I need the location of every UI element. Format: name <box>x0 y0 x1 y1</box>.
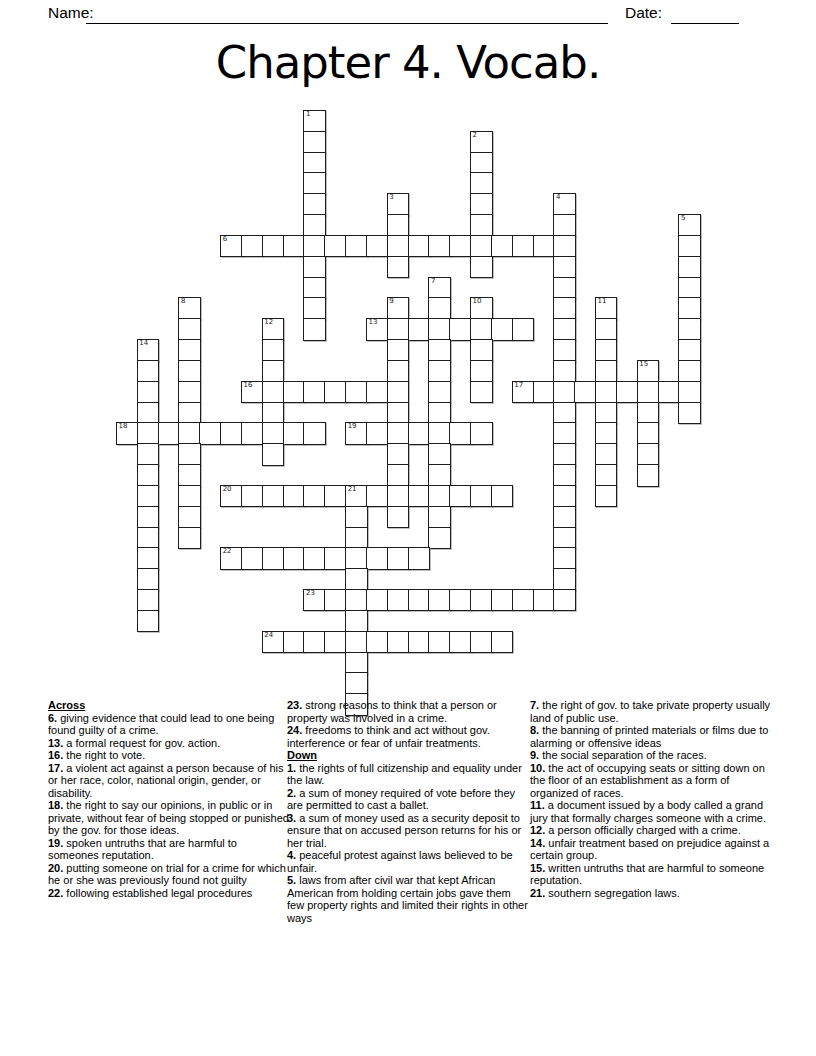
clue-number-label: 7 <box>431 278 435 286</box>
across-header: Across <box>48 699 290 712</box>
grid-cell[interactable] <box>678 381 700 403</box>
grid-cell[interactable] <box>366 547 388 569</box>
grid-cell[interactable]: 5 <box>678 214 700 236</box>
clue-number: 7. <box>530 699 542 711</box>
grid-cell[interactable] <box>178 402 200 424</box>
grid-cell[interactable] <box>387 235 409 257</box>
grid-cell[interactable]: 14 <box>137 339 159 361</box>
grid-cell[interactable] <box>366 631 388 653</box>
grid-cell[interactable] <box>387 256 409 278</box>
grid-cell[interactable] <box>387 339 409 361</box>
grid-cell[interactable] <box>470 256 492 278</box>
grid-cell[interactable] <box>303 318 325 340</box>
grid-cell[interactable]: 3 <box>387 193 409 215</box>
grid-cell[interactable] <box>470 381 492 403</box>
grid-cell[interactable] <box>428 631 450 653</box>
down-header: Down <box>287 749 529 762</box>
grid-cell[interactable] <box>178 422 200 444</box>
grid-cell[interactable] <box>678 402 700 424</box>
clue-number-label: 2 <box>473 132 477 140</box>
grid-cell[interactable] <box>449 485 471 507</box>
grid-cell[interactable] <box>553 464 575 486</box>
grid-cell[interactable] <box>637 402 659 424</box>
clue-item: 1. the rights of full citizenship and eq… <box>287 762 529 787</box>
grid-cell[interactable] <box>449 631 471 653</box>
clue-number: 18. <box>48 799 66 811</box>
clue-number: 5. <box>287 874 299 886</box>
clue-item: 21. southern segregation laws. <box>530 887 772 900</box>
grid-cell[interactable] <box>470 339 492 361</box>
clue-number: 12. <box>530 824 548 836</box>
grid-cell[interactable] <box>470 235 492 257</box>
grid-cell[interactable] <box>137 506 159 528</box>
clue-item: 20. putting someone on trial for a crime… <box>48 862 290 887</box>
grid-cell[interactable] <box>345 547 367 569</box>
grid-cell[interactable] <box>470 589 492 611</box>
grid-cell[interactable] <box>553 485 575 507</box>
grid-cell[interactable] <box>678 318 700 340</box>
clue-item: 8. the banning of printed materials or f… <box>530 724 772 749</box>
grid-cell[interactable] <box>137 527 159 549</box>
clue-item: 14. unfair treatment based on prejudice … <box>530 837 772 862</box>
grid-cell[interactable] <box>345 235 367 257</box>
grid-cell[interactable] <box>595 318 617 340</box>
clues-column-1: Across 6. giving evidence that could lea… <box>48 699 290 899</box>
grid-cell[interactable] <box>345 652 367 674</box>
clue-number: 17. <box>48 762 66 774</box>
grid-cell[interactable] <box>137 464 159 486</box>
grid-cell[interactable] <box>220 422 242 444</box>
grid-cell[interactable] <box>283 631 305 653</box>
grid-cell[interactable] <box>678 360 700 382</box>
clue-item: 15. written untruths that are harmful to… <box>530 862 772 887</box>
clue-number-label: 6 <box>223 236 227 244</box>
clue-number-label: 16 <box>243 382 252 390</box>
grid-cell[interactable] <box>428 360 450 382</box>
clue-number-label: 13 <box>368 319 377 327</box>
across-clues-part1: 6. giving evidence that could lead to on… <box>48 712 290 900</box>
grid-cell[interactable]: 2 <box>470 131 492 153</box>
grid-cell[interactable] <box>366 485 388 507</box>
grid-cell[interactable] <box>533 235 555 257</box>
grid-cell[interactable] <box>553 527 575 549</box>
grid-cell[interactable] <box>449 318 471 340</box>
grid-cell[interactable] <box>470 193 492 215</box>
name-input-line[interactable] <box>86 6 608 24</box>
clue-number: 10. <box>530 762 548 774</box>
grid-cell[interactable] <box>303 381 325 403</box>
grid-cell[interactable] <box>470 485 492 507</box>
grid-cell[interactable] <box>387 381 409 403</box>
grid-cell[interactable] <box>491 631 513 653</box>
grid-cell[interactable] <box>553 402 575 424</box>
grid-cell[interactable] <box>408 485 430 507</box>
grid-cell[interactable] <box>303 152 325 174</box>
grid-cell[interactable] <box>512 318 534 340</box>
clue-number-label: 20 <box>223 486 232 494</box>
grid-cell[interactable] <box>366 235 388 257</box>
clue-item: 5. laws from after civil war that kept A… <box>287 874 529 924</box>
grid-cell[interactable] <box>387 589 409 611</box>
grid-cell[interactable] <box>324 235 346 257</box>
grid-cell[interactable] <box>428 506 450 528</box>
grid-cell[interactable] <box>137 381 159 403</box>
grid-cell[interactable] <box>324 381 346 403</box>
grid-cell[interactable] <box>553 318 575 340</box>
clue-item: 11. a document issued by a body called a… <box>530 799 772 824</box>
grid-cell[interactable] <box>303 485 325 507</box>
grid-cell[interactable] <box>345 672 367 694</box>
grid-cell[interactable]: 15 <box>637 360 659 382</box>
grid-cell[interactable] <box>553 506 575 528</box>
grid-cell[interactable] <box>137 547 159 569</box>
grid-cell[interactable] <box>241 235 263 257</box>
grid-cell[interactable] <box>553 589 575 611</box>
clue-number: 4. <box>287 849 299 861</box>
grid-cell[interactable] <box>137 485 159 507</box>
clue-number: 1. <box>287 762 299 774</box>
grid-cell[interactable] <box>303 422 325 444</box>
grid-cell[interactable] <box>553 256 575 278</box>
clue-item: 3. a sum of money used as a security dep… <box>287 812 529 850</box>
grid-cell[interactable] <box>283 485 305 507</box>
grid-cell[interactable] <box>241 485 263 507</box>
clue-number: 9. <box>530 749 542 761</box>
clue-item: 2. a sum of money required of vote befor… <box>287 787 529 812</box>
grid-cell[interactable]: 7 <box>428 277 450 299</box>
clue-number: 24. <box>287 724 305 736</box>
grid-cell[interactable] <box>470 318 492 340</box>
grid-cell[interactable] <box>283 422 305 444</box>
grid-cell[interactable] <box>449 235 471 257</box>
grid-cell[interactable] <box>137 589 159 611</box>
grid-cell[interactable] <box>345 610 367 632</box>
grid-cell[interactable] <box>553 568 575 590</box>
clue-number: 6. <box>48 712 60 724</box>
grid-cell[interactable] <box>303 256 325 278</box>
grid-cell[interactable] <box>303 131 325 153</box>
clue-number-label: 3 <box>389 194 393 202</box>
grid-cell[interactable] <box>262 339 284 361</box>
grid-cell[interactable] <box>387 506 409 528</box>
grid-cell[interactable] <box>553 277 575 299</box>
grid-cell[interactable] <box>324 485 346 507</box>
grid-cell[interactable] <box>428 381 450 403</box>
clue-item: 13. a formal request for gov. action. <box>48 737 290 750</box>
grid-cell[interactable]: 16 <box>241 381 263 403</box>
grid-cell[interactable] <box>262 547 284 569</box>
grid-cell[interactable] <box>387 485 409 507</box>
grid-cell[interactable] <box>262 235 284 257</box>
grid-cell[interactable] <box>470 214 492 236</box>
grid-cell[interactable] <box>262 381 284 403</box>
grid-cell[interactable] <box>345 589 367 611</box>
down-clues-part1: 1. the rights of full citizenship and eq… <box>287 762 529 925</box>
grid-cell[interactable] <box>303 235 325 257</box>
clue-number: 8. <box>530 724 542 736</box>
grid-cell[interactable] <box>408 547 430 569</box>
grid-cell[interactable] <box>428 464 450 486</box>
grid-cell[interactable] <box>303 193 325 215</box>
grid-cell[interactable] <box>428 443 450 465</box>
grid-cell[interactable] <box>595 402 617 424</box>
grid-cell[interactable]: 17 <box>512 381 534 403</box>
clue-number-label: 12 <box>264 319 273 327</box>
grid-cell[interactable] <box>553 443 575 465</box>
grid-cell[interactable] <box>428 485 450 507</box>
grid-cell[interactable] <box>137 610 159 632</box>
grid-cell[interactable] <box>178 506 200 528</box>
grid-cell[interactable]: 4 <box>553 193 575 215</box>
grid-cell[interactable] <box>553 214 575 236</box>
grid-cell[interactable] <box>428 235 450 257</box>
grid-cell[interactable] <box>387 360 409 382</box>
clue-item: 22. following established legal procedur… <box>48 887 290 900</box>
grid-cell[interactable] <box>262 402 284 424</box>
grid-cell[interactable] <box>595 360 617 382</box>
grid-cell[interactable] <box>366 589 388 611</box>
grid-cell[interactable] <box>470 631 492 653</box>
page-title: Chapter 4. Vocab. <box>0 36 816 89</box>
grid-cell[interactable] <box>178 443 200 465</box>
grid-cell[interactable]: 8 <box>178 297 200 319</box>
clues-column-2: 23. strong reasons to think that a perso… <box>287 699 529 924</box>
down-clues-part2: 7. the right of gov. to take private pro… <box>530 699 772 899</box>
grid-cell[interactable] <box>595 485 617 507</box>
grid-cell[interactable] <box>470 422 492 444</box>
grid-cell[interactable] <box>178 464 200 486</box>
grid-cell[interactable] <box>491 318 513 340</box>
grid-cell[interactable]: 21 <box>345 485 367 507</box>
clue-item: 19. spoken untruths that are harmful to … <box>48 837 290 862</box>
clue-number: 14. <box>530 837 548 849</box>
grid-cell[interactable] <box>137 360 159 382</box>
grid-cell[interactable] <box>303 297 325 319</box>
grid-cell[interactable] <box>678 339 700 361</box>
clue-number: 23. <box>287 699 305 711</box>
grid-cell[interactable] <box>345 568 367 590</box>
grid-cell[interactable] <box>387 631 409 653</box>
grid-cell[interactable] <box>345 527 367 549</box>
clue-number-label: 4 <box>556 194 560 202</box>
grid-cell[interactable] <box>303 214 325 236</box>
grid-cell[interactable] <box>428 402 450 424</box>
grid-cell[interactable] <box>491 235 513 257</box>
grid-cell[interactable] <box>408 318 430 340</box>
grid-cell[interactable] <box>595 381 617 403</box>
grid-cell[interactable]: 13 <box>366 318 388 340</box>
clue-number-label: 17 <box>514 382 523 390</box>
grid-cell[interactable] <box>387 318 409 340</box>
grid-cell[interactable] <box>324 547 346 569</box>
clue-item: 12. a person officially charged with a c… <box>530 824 772 837</box>
clue-item: 4. peaceful protest against laws believe… <box>287 849 529 874</box>
grid-cell[interactable] <box>178 485 200 507</box>
grid-cell[interactable]: 12 <box>262 318 284 340</box>
grid-cell[interactable] <box>262 443 284 465</box>
grid-cell[interactable]: 24 <box>262 631 284 653</box>
grid-cell[interactable] <box>637 381 659 403</box>
grid-cell[interactable] <box>366 381 388 403</box>
clue-number-label: 9 <box>389 298 393 306</box>
grid-cell[interactable]: 19 <box>345 422 367 444</box>
grid-cell[interactable]: 23 <box>303 589 325 611</box>
grid-cell[interactable] <box>658 381 680 403</box>
grid-cell[interactable] <box>178 360 200 382</box>
grid-cell[interactable] <box>408 631 430 653</box>
grid-cell[interactable] <box>553 422 575 444</box>
grid-cell[interactable] <box>283 547 305 569</box>
grid-cell[interactable] <box>283 381 305 403</box>
clue-item: 7. the right of gov. to take private pro… <box>530 699 772 724</box>
clue-number-label: 15 <box>639 361 648 369</box>
grid-cell[interactable] <box>470 360 492 382</box>
clue-number-label: 1 <box>306 111 310 119</box>
grid-cell[interactable] <box>449 589 471 611</box>
grid-cell[interactable] <box>178 339 200 361</box>
clue-number-label: 11 <box>598 298 607 306</box>
grid-cell[interactable] <box>553 339 575 361</box>
clues-column-3: 7. the right of gov. to take private pro… <box>530 699 772 899</box>
grid-cell[interactable] <box>178 527 200 549</box>
grid-cell[interactable] <box>303 172 325 194</box>
grid-cell[interactable] <box>553 381 575 403</box>
grid-cell[interactable] <box>408 589 430 611</box>
grid-cell[interactable] <box>553 297 575 319</box>
clue-item: 24. freedoms to think and act without go… <box>287 724 529 749</box>
grid-cell[interactable] <box>345 631 367 653</box>
grid-cell[interactable] <box>303 277 325 299</box>
grid-cell[interactable]: 6 <box>220 235 242 257</box>
grid-cell[interactable] <box>137 402 159 424</box>
grid-cell[interactable] <box>137 422 159 444</box>
grid-cell[interactable] <box>345 506 367 528</box>
grid-cell[interactable] <box>387 402 409 424</box>
clue-item: 10. the act of occupying seats or sittin… <box>530 762 772 800</box>
clue-number-label: 18 <box>119 423 128 431</box>
grid-cell[interactable] <box>324 589 346 611</box>
grid-cell[interactable] <box>387 547 409 569</box>
grid-cell[interactable]: 22 <box>220 547 242 569</box>
clue-number: 2. <box>287 787 299 799</box>
grid-cell[interactable] <box>428 318 450 340</box>
clue-number: 20. <box>48 862 66 874</box>
grid-cell[interactable] <box>533 589 555 611</box>
grid-cell[interactable] <box>533 381 555 403</box>
grid-cell[interactable] <box>595 339 617 361</box>
grid-cell[interactable] <box>241 422 263 444</box>
grid-cell[interactable] <box>387 422 409 444</box>
date-label: Date: <box>625 4 662 22</box>
grid-cell[interactable] <box>616 381 638 403</box>
grid-cell[interactable] <box>137 568 159 590</box>
grid-cell[interactable] <box>158 422 180 444</box>
clue-item: 16. the right to vote. <box>48 749 290 762</box>
grid-cell[interactable] <box>408 235 430 257</box>
grid-cell[interactable] <box>408 422 430 444</box>
grid-cell[interactable] <box>637 464 659 486</box>
grid-cell[interactable] <box>366 422 388 444</box>
grid-cell[interactable]: 11 <box>595 297 617 319</box>
grid-cell[interactable] <box>428 297 450 319</box>
grid-cell[interactable] <box>553 360 575 382</box>
grid-cell[interactable] <box>449 422 471 444</box>
grid-cell[interactable] <box>283 235 305 257</box>
grid-cell[interactable] <box>199 422 221 444</box>
clue-number: 13. <box>48 737 66 749</box>
worksheet-page: { "game": "crossword", "title": "Chapter… <box>0 0 816 1056</box>
clue-number-label: 23 <box>306 590 315 598</box>
clue-item: 6. giving evidence that could lead to on… <box>48 712 290 737</box>
grid-cell[interactable] <box>178 318 200 340</box>
grid-cell[interactable] <box>678 297 700 319</box>
grid-cell[interactable]: 20 <box>220 485 242 507</box>
date-input-line[interactable] <box>671 6 739 24</box>
grid-cell[interactable] <box>262 360 284 382</box>
grid-cell[interactable] <box>137 443 159 465</box>
grid-cell[interactable] <box>553 547 575 569</box>
grid-cell[interactable]: 9 <box>387 297 409 319</box>
clue-number-label: 8 <box>181 298 185 306</box>
grid-cell[interactable] <box>345 381 367 403</box>
grid-cell[interactable] <box>428 422 450 444</box>
grid-cell[interactable] <box>595 443 617 465</box>
grid-cell[interactable] <box>574 381 596 403</box>
grid-cell[interactable] <box>637 422 659 444</box>
grid-cell[interactable] <box>491 485 513 507</box>
clue-number: 15. <box>530 862 548 874</box>
clue-number-label: 10 <box>473 298 482 306</box>
clue-number: 16. <box>48 749 66 761</box>
clue-number-label: 14 <box>139 340 148 348</box>
grid-cell[interactable] <box>262 485 284 507</box>
grid-cell[interactable] <box>678 235 700 257</box>
grid-cell[interactable] <box>262 422 284 444</box>
grid-cell[interactable] <box>491 589 513 611</box>
grid-cell[interactable] <box>595 464 617 486</box>
grid-cell[interactable] <box>595 422 617 444</box>
clue-number: 22. <box>48 887 66 899</box>
grid-cell[interactable] <box>428 339 450 361</box>
grid-cell[interactable]: 1 <box>303 110 325 132</box>
clue-number-label: 5 <box>681 215 685 223</box>
grid-cell[interactable] <box>241 547 263 569</box>
grid-cell[interactable]: 10 <box>470 297 492 319</box>
clue-number-label: 22 <box>223 548 232 556</box>
grid-cell[interactable] <box>178 381 200 403</box>
clue-number-label: 24 <box>264 632 273 640</box>
grid-cell[interactable] <box>387 214 409 236</box>
grid-cell[interactable] <box>303 547 325 569</box>
grid-cell[interactable] <box>428 589 450 611</box>
grid-cell[interactable] <box>553 235 575 257</box>
grid-cell[interactable] <box>428 527 450 549</box>
grid-cell[interactable] <box>387 464 409 486</box>
grid-cell[interactable] <box>303 631 325 653</box>
grid-cell[interactable] <box>637 443 659 465</box>
grid-cell[interactable] <box>512 589 534 611</box>
grid-cell[interactable] <box>387 443 409 465</box>
grid-cell[interactable] <box>678 277 700 299</box>
grid-cell[interactable] <box>470 172 492 194</box>
clue-item: 18. the right to say our opinions, in pu… <box>48 799 290 837</box>
grid-cell[interactable] <box>678 256 700 278</box>
grid-cell[interactable] <box>470 152 492 174</box>
grid-cell[interactable] <box>512 235 534 257</box>
grid-cell[interactable] <box>324 631 346 653</box>
clue-number-label: 19 <box>348 423 357 431</box>
grid-cell[interactable]: 18 <box>116 422 138 444</box>
